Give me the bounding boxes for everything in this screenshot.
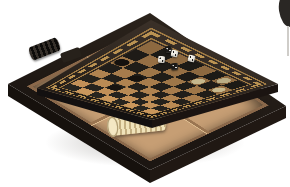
black-die [171, 63, 179, 71]
white-die [187, 54, 196, 63]
board-set-photo: ●●●●●● [0, 0, 290, 187]
dice-layer [0, 0, 290, 187]
white-die [158, 56, 166, 64]
white-die [170, 49, 178, 57]
photo-edge-artifact-line [287, 26, 289, 56]
